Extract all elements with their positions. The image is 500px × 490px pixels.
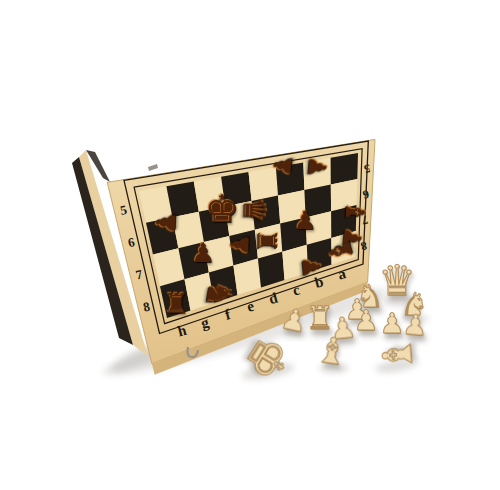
cast-shadow	[284, 331, 307, 338]
square-c5	[276, 163, 305, 196]
chess-board: 55667788hgfedcba	[0, 0, 500, 490]
square-e6	[225, 201, 255, 236]
cast-shadow	[383, 333, 405, 340]
cast-shadow	[406, 335, 428, 342]
cast-shadow	[333, 339, 356, 346]
square-e5	[221, 172, 252, 206]
cast-shadow	[309, 330, 335, 338]
open-board-half	[107, 139, 375, 374]
square-d6	[252, 195, 281, 229]
cast-shadow	[382, 296, 416, 306]
square-f6	[199, 206, 230, 242]
cast-shadow	[241, 360, 295, 382]
cast-shadow	[357, 330, 379, 337]
square-b5	[303, 158, 331, 190]
square-d5	[249, 167, 279, 201]
hinge	[148, 164, 158, 171]
product-photo-chess-set: 55667788hgfedcba ♚♛♟♟♟♝♟♟♜♟♟♜♞♝♟♚♟♜♟♟♝♞♟…	[0, 0, 500, 490]
cast-shadow	[348, 319, 370, 326]
cast-shadow	[374, 356, 419, 375]
cast-shadow	[404, 315, 429, 322]
cast-shadow	[320, 364, 349, 373]
cast-shadow	[360, 307, 385, 314]
square-f5	[194, 177, 225, 212]
